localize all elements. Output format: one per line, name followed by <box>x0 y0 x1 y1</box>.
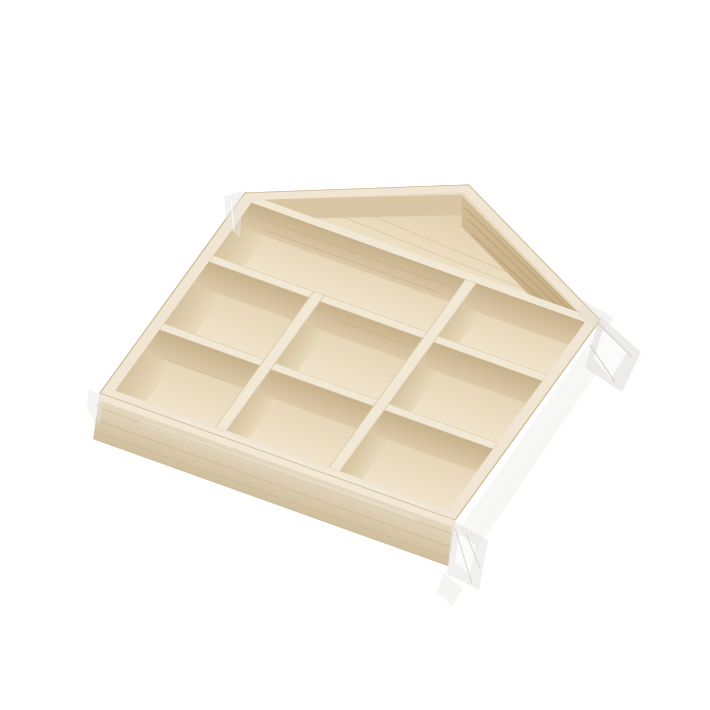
house-tray <box>72 123 672 566</box>
product-photo <box>0 0 710 710</box>
wooden-house-sorting-box-image <box>0 0 710 710</box>
